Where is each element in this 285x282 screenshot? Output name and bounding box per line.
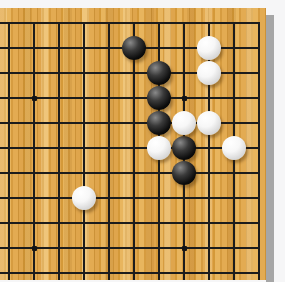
black-stone: ●: [122, 36, 146, 60]
grid-line-vertical: [83, 22, 85, 280]
white-stone: ○: [222, 136, 246, 160]
board-drop-shadow: [266, 15, 274, 282]
black-stone: ●: [147, 61, 171, 85]
white-stone: ○: [172, 111, 196, 135]
white-stone: ○: [147, 136, 171, 160]
grid-line-horizontal: [0, 197, 260, 199]
grid-line-horizontal: [0, 72, 260, 74]
grid-line-horizontal: [0, 247, 260, 249]
white-stone: ○: [197, 111, 221, 135]
grid-line-horizontal: [0, 222, 260, 224]
grid-line-horizontal: [0, 147, 260, 149]
star-point: [182, 96, 187, 101]
star-point: [182, 246, 187, 251]
grid-line-vertical: [133, 22, 135, 280]
black-stone: ●: [147, 111, 171, 135]
grid-line-vertical: [8, 22, 10, 280]
grid-line-vertical: [33, 22, 35, 280]
grid-line-vertical: [108, 22, 110, 280]
black-stone: ●: [147, 86, 171, 110]
star-point: [32, 96, 37, 101]
grid-line-horizontal: [0, 122, 260, 124]
black-stone: ●: [172, 161, 196, 185]
white-stone: ○: [72, 186, 96, 210]
grid-line-vertical: [58, 22, 60, 280]
screen: ●●●●●●○○○○○○○: [0, 0, 285, 282]
black-stone: ●: [172, 136, 196, 160]
grid-line-horizontal: [0, 172, 260, 174]
grid-line-vertical: [258, 22, 260, 280]
go-board[interactable]: ●●●●●●○○○○○○○: [0, 8, 266, 280]
grid-line-horizontal: [0, 22, 260, 24]
grid-line-horizontal: [0, 272, 260, 274]
grid-line-horizontal: [0, 97, 260, 99]
star-point: [32, 246, 37, 251]
white-stone: ○: [197, 36, 221, 60]
white-stone: ○: [197, 61, 221, 85]
